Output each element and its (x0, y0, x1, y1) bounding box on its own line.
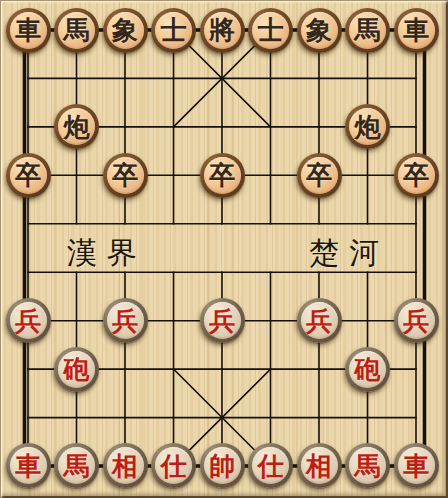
piece-red-advisor-f[interactable]: 仕 (248, 443, 293, 488)
piece-face: 將 (204, 12, 241, 49)
piece-face: 兵 (204, 302, 241, 339)
piece-red-soldier-e[interactable]: 兵 (200, 298, 245, 343)
piece-black-chariot-a[interactable]: 車 (6, 8, 51, 53)
piece-face: 象 (107, 12, 144, 49)
piece-red-soldier-g[interactable]: 兵 (297, 298, 342, 343)
piece-glyph: 兵 (306, 308, 332, 334)
piece-glyph: 士 (258, 17, 284, 43)
piece-black-horse-b[interactable]: 馬 (54, 8, 99, 53)
piece-glyph: 馬 (355, 17, 381, 43)
piece-black-soldier-g[interactable]: 卒 (297, 153, 342, 198)
piece-black-soldier-i[interactable]: 卒 (394, 153, 439, 198)
piece-black-advisor-d[interactable]: 士 (151, 8, 196, 53)
piece-glyph: 帥 (209, 453, 235, 479)
piece-black-advisor-f[interactable]: 士 (248, 8, 293, 53)
piece-face: 仕 (252, 447, 289, 484)
piece-red-horse-h[interactable]: 馬 (345, 443, 390, 488)
piece-face: 炮 (349, 108, 386, 145)
piece-glyph: 車 (15, 453, 41, 479)
piece-red-elephant-c[interactable]: 相 (103, 443, 148, 488)
piece-glyph: 砲 (355, 356, 381, 382)
piece-glyph: 士 (161, 17, 187, 43)
piece-face: 兵 (10, 302, 47, 339)
piece-face: 相 (301, 447, 338, 484)
piece-glyph: 相 (306, 453, 332, 479)
piece-face: 馬 (58, 12, 95, 49)
piece-face: 車 (10, 12, 47, 49)
piece-black-horse-h[interactable]: 馬 (345, 8, 390, 53)
piece-face: 士 (252, 12, 289, 49)
piece-red-horse-b[interactable]: 馬 (54, 443, 99, 488)
piece-face: 馬 (58, 447, 95, 484)
piece-glyph: 卒 (15, 162, 41, 188)
piece-black-cannon-b[interactable]: 炮 (54, 104, 99, 149)
piece-glyph: 兵 (15, 308, 41, 334)
piece-red-soldier-a[interactable]: 兵 (6, 298, 51, 343)
piece-glyph: 將 (209, 17, 235, 43)
piece-face: 車 (398, 447, 435, 484)
piece-red-advisor-d[interactable]: 仕 (151, 443, 196, 488)
piece-face: 馬 (349, 447, 386, 484)
piece-red-elephant-g[interactable]: 相 (297, 443, 342, 488)
piece-face: 砲 (349, 351, 386, 388)
piece-black-soldier-a[interactable]: 卒 (6, 153, 51, 198)
piece-glyph: 馬 (64, 453, 90, 479)
piece-glyph: 炮 (64, 114, 90, 140)
piece-face: 卒 (301, 157, 338, 194)
piece-red-soldier-i[interactable]: 兵 (394, 298, 439, 343)
piece-face: 帥 (204, 447, 241, 484)
piece-glyph: 馬 (355, 453, 381, 479)
piece-black-general[interactable]: 將 (200, 8, 245, 53)
piece-face: 兵 (398, 302, 435, 339)
piece-black-elephant-g[interactable]: 象 (297, 8, 342, 53)
piece-glyph: 卒 (403, 162, 429, 188)
piece-face: 士 (155, 12, 192, 49)
piece-glyph: 砲 (64, 356, 90, 382)
piece-black-soldier-c[interactable]: 卒 (103, 153, 148, 198)
piece-face: 車 (398, 12, 435, 49)
piece-face: 相 (107, 447, 144, 484)
piece-glyph: 車 (403, 17, 429, 43)
piece-face: 兵 (107, 302, 144, 339)
piece-glyph: 兵 (403, 308, 429, 334)
piece-glyph: 仕 (258, 453, 284, 479)
piece-glyph: 兵 (112, 308, 138, 334)
piece-red-cannon-b[interactable]: 砲 (54, 347, 99, 392)
piece-face: 卒 (398, 157, 435, 194)
piece-red-cannon-h[interactable]: 砲 (345, 347, 390, 392)
xiangqi-board[interactable]: 漢界 楚河 車馬象士將士象馬車炮炮卒卒卒卒卒兵兵兵兵兵砲砲車馬相仕帥仕相馬車 (0, 0, 448, 498)
piece-glyph: 卒 (209, 162, 235, 188)
piece-red-general[interactable]: 帥 (200, 443, 245, 488)
piece-glyph: 車 (15, 17, 41, 43)
piece-glyph: 車 (403, 453, 429, 479)
piece-glyph: 卒 (112, 162, 138, 188)
piece-glyph: 卒 (306, 162, 332, 188)
piece-face: 卒 (10, 157, 47, 194)
piece-face: 卒 (204, 157, 241, 194)
piece-glyph: 象 (112, 17, 138, 43)
piece-red-chariot-i[interactable]: 車 (394, 443, 439, 488)
piece-face: 卒 (107, 157, 144, 194)
piece-face: 馬 (349, 12, 386, 49)
piece-glyph: 炮 (355, 114, 381, 140)
piece-face: 象 (301, 12, 338, 49)
piece-red-chariot-a[interactable]: 車 (6, 443, 51, 488)
piece-face: 車 (10, 447, 47, 484)
piece-glyph: 象 (306, 17, 332, 43)
pieces-layer: 車馬象士將士象馬車炮炮卒卒卒卒卒兵兵兵兵兵砲砲車馬相仕帥仕相馬車 (4, 6, 441, 490)
piece-face: 炮 (58, 108, 95, 145)
piece-face: 仕 (155, 447, 192, 484)
piece-face: 砲 (58, 351, 95, 388)
piece-red-soldier-c[interactable]: 兵 (103, 298, 148, 343)
piece-black-soldier-e[interactable]: 卒 (200, 153, 245, 198)
piece-glyph: 馬 (64, 17, 90, 43)
piece-glyph: 相 (112, 453, 138, 479)
piece-glyph: 仕 (161, 453, 187, 479)
piece-black-chariot-i[interactable]: 車 (394, 8, 439, 53)
piece-black-elephant-c[interactable]: 象 (103, 8, 148, 53)
piece-black-cannon-h[interactable]: 炮 (345, 104, 390, 149)
piece-face: 兵 (301, 302, 338, 339)
piece-glyph: 兵 (209, 308, 235, 334)
